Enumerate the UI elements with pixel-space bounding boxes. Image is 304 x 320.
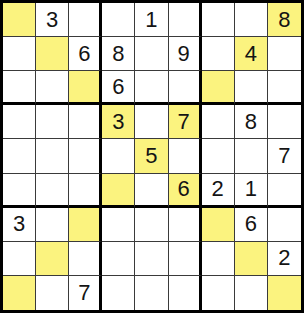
cell-r3c6[interactable] (169, 71, 202, 105)
cell-r1c1[interactable] (3, 3, 36, 37)
cell-r9c6[interactable] (169, 276, 202, 310)
cell-r6c7[interactable]: 2 (202, 174, 235, 208)
cell-r7c8[interactable]: 6 (235, 208, 268, 242)
cell-r6c5[interactable] (135, 174, 168, 208)
cell-r3c3[interactable] (69, 71, 102, 105)
cell-r1c5[interactable]: 1 (135, 3, 168, 37)
cell-r7c7[interactable] (202, 208, 235, 242)
cell-r4c8[interactable]: 8 (235, 105, 268, 139)
cell-r2c6[interactable]: 9 (169, 37, 202, 71)
cell-r5c9[interactable]: 7 (268, 139, 301, 173)
cell-r6c4[interactable] (102, 174, 135, 208)
cell-r9c1[interactable] (3, 276, 36, 310)
cell-r5c8[interactable] (235, 139, 268, 173)
cell-r8c6[interactable] (169, 242, 202, 276)
cell-r6c8[interactable]: 1 (235, 174, 268, 208)
cell-r7c9[interactable] (268, 208, 301, 242)
cell-r7c3[interactable] (69, 208, 102, 242)
cell-r2c8[interactable]: 4 (235, 37, 268, 71)
cell-r5c1[interactable] (3, 139, 36, 173)
cell-r7c1[interactable]: 3 (3, 208, 36, 242)
cell-r6c2[interactable] (36, 174, 69, 208)
cell-r8c2[interactable] (36, 242, 69, 276)
cell-r1c8[interactable] (235, 3, 268, 37)
cell-r6c3[interactable] (69, 174, 102, 208)
cell-r4c5[interactable] (135, 105, 168, 139)
cell-r4c7[interactable] (202, 105, 235, 139)
cell-r5c3[interactable] (69, 139, 102, 173)
cell-r3c9[interactable] (268, 71, 301, 105)
cell-r9c3[interactable]: 7 (69, 276, 102, 310)
cell-r3c1[interactable] (3, 71, 36, 105)
cell-r4c9[interactable] (268, 105, 301, 139)
cell-r6c6[interactable]: 6 (169, 174, 202, 208)
cell-r5c2[interactable] (36, 139, 69, 173)
cell-r8c8[interactable] (235, 242, 268, 276)
cell-r3c5[interactable] (135, 71, 168, 105)
cell-r8c9[interactable]: 2 (268, 242, 301, 276)
cell-r2c7[interactable] (202, 37, 235, 71)
cell-r4c3[interactable] (69, 105, 102, 139)
cell-r3c2[interactable] (36, 71, 69, 105)
cell-r5c6[interactable] (169, 139, 202, 173)
cell-r1c2[interactable]: 3 (36, 3, 69, 37)
cell-r7c5[interactable] (135, 208, 168, 242)
cell-r7c4[interactable] (102, 208, 135, 242)
cell-r8c7[interactable] (202, 242, 235, 276)
cell-r4c1[interactable] (3, 105, 36, 139)
cell-r3c8[interactable] (235, 71, 268, 105)
cell-r2c5[interactable] (135, 37, 168, 71)
cell-r8c5[interactable] (135, 242, 168, 276)
cell-r9c5[interactable] (135, 276, 168, 310)
cell-r9c2[interactable] (36, 276, 69, 310)
cell-r1c3[interactable] (69, 3, 102, 37)
cell-r1c6[interactable] (169, 3, 202, 37)
cell-r3c4[interactable]: 6 (102, 71, 135, 105)
cell-r8c1[interactable] (3, 242, 36, 276)
sudoku-board: 31868946378576213627 (0, 0, 304, 313)
cell-r7c2[interactable] (36, 208, 69, 242)
cell-r2c4[interactable]: 8 (102, 37, 135, 71)
cell-r6c9[interactable] (268, 174, 301, 208)
cell-r9c9[interactable] (268, 276, 301, 310)
cell-r5c5[interactable]: 5 (135, 139, 168, 173)
cell-r9c8[interactable] (235, 276, 268, 310)
sudoku-page: 31868946378576213627 (0, 0, 304, 320)
cell-r9c7[interactable] (202, 276, 235, 310)
cell-r5c7[interactable] (202, 139, 235, 173)
cell-r2c9[interactable] (268, 37, 301, 71)
cell-r1c7[interactable] (202, 3, 235, 37)
cell-r7c6[interactable] (169, 208, 202, 242)
cell-r6c1[interactable] (3, 174, 36, 208)
cell-r8c4[interactable] (102, 242, 135, 276)
cell-r4c4[interactable]: 3 (102, 105, 135, 139)
cell-r1c9[interactable]: 8 (268, 3, 301, 37)
cell-r3c7[interactable] (202, 71, 235, 105)
cell-r4c6[interactable]: 7 (169, 105, 202, 139)
cell-r8c3[interactable] (69, 242, 102, 276)
cell-r9c4[interactable] (102, 276, 135, 310)
cell-r4c2[interactable] (36, 105, 69, 139)
cell-r1c4[interactable] (102, 3, 135, 37)
cell-r2c1[interactable] (3, 37, 36, 71)
cell-r2c3[interactable]: 6 (69, 37, 102, 71)
cell-r2c2[interactable] (36, 37, 69, 71)
cell-r5c4[interactable] (102, 139, 135, 173)
